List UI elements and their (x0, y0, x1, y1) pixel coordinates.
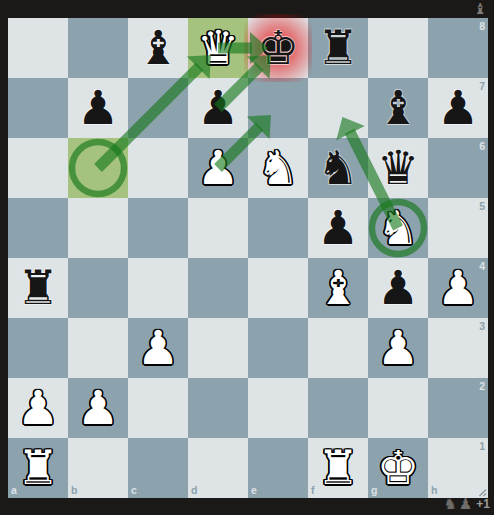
square-d6[interactable]: ♟ (188, 138, 248, 198)
square-f3[interactable] (308, 318, 368, 378)
material-bottom-N-icon: ♞ (443, 495, 456, 513)
square-f5[interactable]: ♟ (308, 198, 368, 258)
square-a5[interactable] (8, 198, 68, 258)
piece-bP-d7[interactable]: ♟ (188, 78, 248, 138)
square-f4[interactable]: ♝ (308, 258, 368, 318)
square-g5[interactable]: ♞ (368, 198, 428, 258)
square-b5[interactable] (68, 198, 128, 258)
piece-bB-g7[interactable]: ♝ (368, 78, 428, 138)
square-f8[interactable]: ♜ (308, 18, 368, 78)
square-b2[interactable]: ♟ (68, 378, 128, 438)
square-h3[interactable]: 3 (428, 318, 488, 378)
square-h4[interactable]: ♟4 (428, 258, 488, 318)
square-e1[interactable]: e (248, 438, 308, 498)
square-b4[interactable] (68, 258, 128, 318)
square-g1[interactable]: ♚g (368, 438, 428, 498)
square-c7[interactable] (128, 78, 188, 138)
square-g4[interactable]: ♟ (368, 258, 428, 318)
piece-wR-a1[interactable]: ♜ (8, 438, 68, 498)
coord-rank-8: 8 (479, 21, 485, 32)
square-c1[interactable]: c (128, 438, 188, 498)
square-g7[interactable]: ♝ (368, 78, 428, 138)
piece-bR-a4[interactable]: ♜ (8, 258, 68, 318)
square-e7[interactable] (248, 78, 308, 138)
piece-wP-a2[interactable]: ♟ (8, 378, 68, 438)
square-a4[interactable]: ♜ (8, 258, 68, 318)
piece-bP-f5[interactable]: ♟ (308, 198, 368, 258)
piece-wP-b2[interactable]: ♟ (68, 378, 128, 438)
captured-pieces-icons: ♞♟ (441, 496, 472, 513)
coord-file-e: e (251, 485, 257, 496)
piece-wP-c3[interactable]: ♟ (128, 318, 188, 378)
square-f7[interactable] (308, 78, 368, 138)
square-e4[interactable] (248, 258, 308, 318)
square-h2[interactable]: 2 (428, 378, 488, 438)
piece-wQ-d8[interactable]: ♛ (188, 18, 248, 78)
square-d4[interactable] (188, 258, 248, 318)
square-c8[interactable]: ♝ (128, 18, 188, 78)
square-d8[interactable]: ♛ (188, 18, 248, 78)
piece-bP-g4[interactable]: ♟ (368, 258, 428, 318)
piece-wR-f1[interactable]: ♜ (308, 438, 368, 498)
square-f2[interactable] (308, 378, 368, 438)
coord-file-b: b (71, 485, 77, 496)
coord-file-a: a (11, 485, 17, 496)
square-a8[interactable] (8, 18, 68, 78)
square-b3[interactable] (68, 318, 128, 378)
coord-rank-6: 6 (479, 141, 485, 152)
piece-bR-f8[interactable]: ♜ (308, 18, 368, 78)
square-c4[interactable] (128, 258, 188, 318)
square-f1[interactable]: ♜f (308, 438, 368, 498)
square-h7[interactable]: ♟7 (428, 78, 488, 138)
square-a7[interactable] (8, 78, 68, 138)
square-f6[interactable]: ♞ (308, 138, 368, 198)
square-e5[interactable] (248, 198, 308, 258)
material-advantage: +1 (476, 496, 490, 513)
square-d1[interactable]: d (188, 438, 248, 498)
square-g3[interactable]: ♟ (368, 318, 428, 378)
square-b1[interactable]: b (68, 438, 128, 498)
coord-rank-7: 7 (479, 81, 485, 92)
piece-bQ-g6[interactable]: ♛ (368, 138, 428, 198)
square-d5[interactable] (188, 198, 248, 258)
chess-board-window: ♝ ♝♛♚♜8♟♟♝♟7♟♞♞♛6♟♞5♜♝♟♟4♟♟3♟♟2♜abcde♜f♚… (0, 0, 494, 515)
material-diff-top: ♝ (474, 1, 487, 17)
material-bottom-P-icon: ♟ (459, 495, 472, 513)
piece-bP-b7[interactable]: ♟ (68, 78, 128, 138)
coord-rank-5: 5 (479, 201, 485, 212)
coord-file-h: h (431, 485, 437, 496)
square-b6[interactable] (68, 138, 128, 198)
piece-bN-f6[interactable]: ♞ (308, 138, 368, 198)
square-e3[interactable] (248, 318, 308, 378)
square-c3[interactable]: ♟ (128, 318, 188, 378)
coord-file-c: c (131, 485, 137, 496)
square-h8[interactable]: 8 (428, 18, 488, 78)
square-a3[interactable] (8, 318, 68, 378)
material-diff-bottom: ♞♟ +1 (441, 496, 490, 513)
square-g2[interactable] (368, 378, 428, 438)
square-c5[interactable] (128, 198, 188, 258)
square-d2[interactable] (188, 378, 248, 438)
square-b7[interactable]: ♟ (68, 78, 128, 138)
square-a2[interactable]: ♟ (8, 378, 68, 438)
piece-wP-d6[interactable]: ♟ (188, 138, 248, 198)
square-a1[interactable]: ♜a (8, 438, 68, 498)
piece-wN-e6[interactable]: ♞ (248, 138, 308, 198)
square-d7[interactable]: ♟ (188, 78, 248, 138)
coord-file-d: d (191, 485, 197, 496)
square-h6[interactable]: 6 (428, 138, 488, 198)
square-g6[interactable]: ♛ (368, 138, 428, 198)
coord-rank-2: 2 (479, 381, 485, 392)
square-c6[interactable] (128, 138, 188, 198)
coord-file-f: f (311, 485, 315, 496)
coord-rank-4: 4 (479, 261, 485, 272)
material-top-B-icon: ♝ (474, 0, 487, 18)
square-b8[interactable] (68, 18, 128, 78)
square-c2[interactable] (128, 378, 188, 438)
piece-bK-e8[interactable]: ♚ (248, 18, 308, 78)
chess-board[interactable]: ♝♛♚♜8♟♟♝♟7♟♞♞♛6♟♞5♜♝♟♟4♟♟3♟♟2♜abcde♜f♚gh… (8, 18, 488, 498)
square-e8[interactable]: ♚ (248, 18, 308, 78)
piece-bB-c8[interactable]: ♝ (128, 18, 188, 78)
piece-wN-g5[interactable]: ♞ (368, 198, 428, 258)
square-e6[interactable]: ♞ (248, 138, 308, 198)
square-h5[interactable]: 5 (428, 198, 488, 258)
square-a6[interactable] (8, 138, 68, 198)
piece-wP-g3[interactable]: ♟ (368, 318, 428, 378)
coord-file-g: g (371, 485, 377, 496)
coord-rank-3: 3 (479, 321, 485, 332)
square-g8[interactable] (368, 18, 428, 78)
piece-wB-f4[interactable]: ♝ (308, 258, 368, 318)
coord-rank-1: 1 (479, 441, 485, 452)
board-resize-handle[interactable] (476, 486, 487, 497)
square-e2[interactable] (248, 378, 308, 438)
square-d3[interactable] (188, 318, 248, 378)
